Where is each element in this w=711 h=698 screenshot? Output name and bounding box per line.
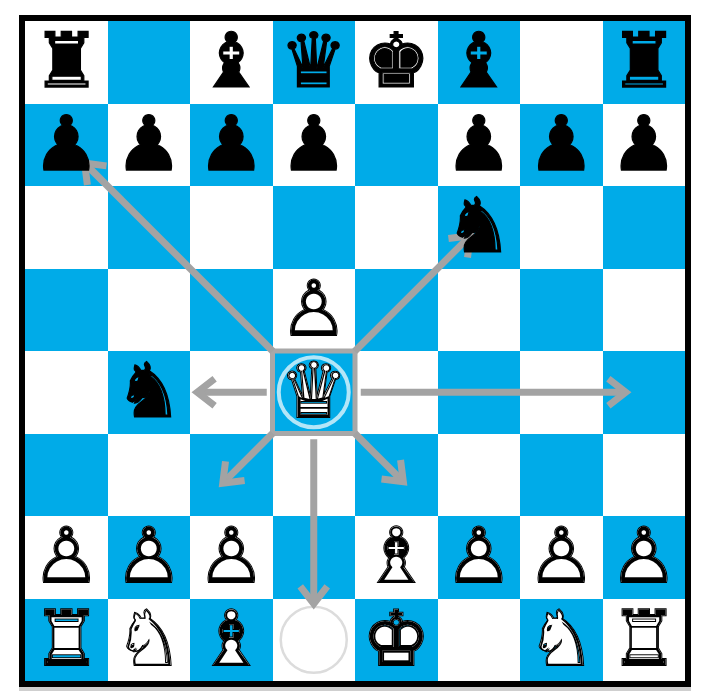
square-h3[interactable] [603,434,686,517]
square-h7[interactable] [603,104,686,187]
square-e2[interactable] [355,516,438,599]
square-d4[interactable] [273,351,356,434]
square-b2[interactable] [108,516,191,599]
square-e1[interactable] [355,599,438,682]
square-d1[interactable] [273,599,356,682]
square-c1[interactable] [190,599,273,682]
square-c2[interactable] [190,516,273,599]
square-g4[interactable] [520,351,603,434]
chess-diagram: ♜♝♛♚♝♜♟♟♟♟♟♟♟♞♟♙♞♛♕♟♙♟♙♟♙♝♗♟♙♟♙♟♙♜♖♞♘♝♗♚… [0,0,711,698]
square-b6[interactable] [108,186,191,269]
chess-board [25,21,685,681]
square-g7[interactable] [520,104,603,187]
square-b3[interactable] [108,434,191,517]
square-e8[interactable] [355,21,438,104]
square-b5[interactable] [108,269,191,352]
square-d2[interactable] [273,516,356,599]
square-a5[interactable] [25,269,108,352]
square-a7[interactable] [25,104,108,187]
square-c7[interactable] [190,104,273,187]
square-b4[interactable] [108,351,191,434]
square-e3[interactable] [355,434,438,517]
square-g8[interactable] [520,21,603,104]
square-e5[interactable] [355,269,438,352]
square-a3[interactable] [25,434,108,517]
square-h4[interactable] [603,351,686,434]
square-b7[interactable] [108,104,191,187]
square-f7[interactable] [438,104,521,187]
square-e4[interactable] [355,351,438,434]
square-c4[interactable] [190,351,273,434]
square-d3[interactable] [273,434,356,517]
square-a4[interactable] [25,351,108,434]
square-a8[interactable] [25,21,108,104]
square-f2[interactable] [438,516,521,599]
square-h6[interactable] [603,186,686,269]
square-h5[interactable] [603,269,686,352]
square-c8[interactable] [190,21,273,104]
square-h2[interactable] [603,516,686,599]
square-f4[interactable] [438,351,521,434]
square-g1[interactable] [520,599,603,682]
square-b8[interactable] [108,21,191,104]
square-b1[interactable] [108,599,191,682]
square-h1[interactable] [603,599,686,682]
square-f3[interactable] [438,434,521,517]
square-c6[interactable] [190,186,273,269]
square-e6[interactable] [355,186,438,269]
square-c5[interactable] [190,269,273,352]
square-f8[interactable] [438,21,521,104]
square-h8[interactable] [603,21,686,104]
square-f5[interactable] [438,269,521,352]
square-g3[interactable] [520,434,603,517]
chess-board-frame [19,15,691,687]
square-d5[interactable] [273,269,356,352]
square-g2[interactable] [520,516,603,599]
square-d7[interactable] [273,104,356,187]
square-c3[interactable] [190,434,273,517]
square-g6[interactable] [520,186,603,269]
square-a2[interactable] [25,516,108,599]
square-g5[interactable] [520,269,603,352]
square-d6[interactable] [273,186,356,269]
square-d8[interactable] [273,21,356,104]
square-f6[interactable] [438,186,521,269]
square-a1[interactable] [25,599,108,682]
square-e7[interactable] [355,104,438,187]
square-f1[interactable] [438,599,521,682]
square-a6[interactable] [25,186,108,269]
